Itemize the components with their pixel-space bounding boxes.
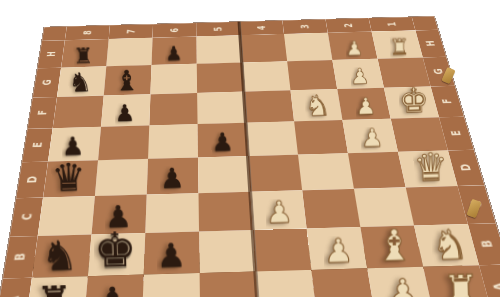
- piece-black-rook-a8[interactable]: ♜: [36, 281, 74, 297]
- square-g6[interactable]: [150, 64, 197, 94]
- square-f1[interactable]: ♚: [384, 86, 439, 118]
- square-e3[interactable]: [294, 120, 348, 155]
- square-e4[interactable]: [246, 121, 298, 156]
- square-c5[interactable]: [199, 192, 253, 232]
- square-h3[interactable]: [284, 33, 332, 61]
- square-d1[interactable]: ♛: [398, 150, 458, 187]
- square-b8[interactable]: ♞: [32, 235, 92, 278]
- square-b7[interactable]: ♚: [88, 233, 145, 276]
- border-label-top-7: 7: [109, 24, 153, 39]
- chess-scene: 87654321H♜♟♟♜HG♞♝♟GF♟♞♟♚FE♟♟♟ED♛♟♛DC♟♟CB…: [16, 0, 480, 297]
- coordinate-label: 3: [299, 24, 312, 29]
- border-label-left-C: C: [10, 197, 43, 236]
- square-f5[interactable]: [197, 92, 246, 124]
- square-g8[interactable]: ♞: [57, 66, 106, 97]
- square-h6[interactable]: ♟: [152, 36, 197, 65]
- piece-white-pawn-f2[interactable]: ♟: [355, 96, 376, 118]
- square-a4[interactable]: [255, 270, 316, 297]
- border-label-top-2: 2: [326, 18, 372, 33]
- border-label-top-8: 8: [65, 25, 110, 40]
- coordinate-label: B: [12, 253, 29, 261]
- square-a7[interactable]: ♟: [84, 275, 144, 297]
- piece-white-rook-h1[interactable]: ♜: [389, 36, 409, 57]
- piece-black-pawn-d6[interactable]: ♟: [160, 166, 185, 193]
- piece-black-pawn-h6[interactable]: ♟: [165, 45, 183, 64]
- coordinate-label: G: [40, 79, 54, 85]
- square-e7[interactable]: [98, 125, 149, 160]
- coordinate-label: 4: [255, 26, 268, 31]
- square-g5[interactable]: [197, 63, 244, 93]
- piece-white-knight-b1[interactable]: ♞: [431, 225, 469, 265]
- piece-white-pawn-c4[interactable]: ♟: [265, 199, 293, 228]
- square-h1[interactable]: ♜: [372, 30, 423, 58]
- piece-white-pawn-a2[interactable]: ♟: [386, 276, 419, 297]
- square-d3[interactable]: [298, 153, 354, 190]
- coordinate-label: B: [479, 240, 496, 248]
- square-h2[interactable]: ♟: [328, 32, 378, 60]
- piece-white-pawn-h2[interactable]: ♟: [346, 40, 364, 59]
- piece-black-bishop-g7[interactable]: ♝: [114, 67, 140, 94]
- square-b1[interactable]: ♞: [414, 224, 479, 267]
- square-g2[interactable]: ♟: [332, 59, 384, 89]
- border-label-top-3: 3: [282, 19, 327, 34]
- coordinate-label: 6: [168, 28, 180, 33]
- square-h8[interactable]: ♜: [61, 39, 109, 68]
- coordinate-label: A: [491, 282, 500, 291]
- square-g3[interactable]: [287, 60, 337, 90]
- square-f6[interactable]: [149, 93, 197, 125]
- piece-black-rook-h8[interactable]: ♜: [73, 45, 93, 66]
- piece-black-king-b7[interactable]: ♚: [93, 228, 137, 275]
- piece-black-pawn-e5[interactable]: ♟: [211, 131, 234, 156]
- square-a6[interactable]: [142, 273, 200, 297]
- square-g7[interactable]: ♝: [104, 65, 152, 95]
- square-b5[interactable]: [199, 230, 255, 273]
- coordinate-label: H: [45, 51, 58, 57]
- border-label-left-D: D: [16, 162, 48, 199]
- square-b6[interactable]: ♟: [144, 232, 200, 275]
- square-c6[interactable]: [145, 193, 199, 233]
- coordinate-label: D: [458, 164, 474, 171]
- piece-black-knight-g8[interactable]: ♞: [68, 70, 92, 96]
- square-c8[interactable]: [38, 196, 95, 236]
- square-f8[interactable]: [53, 96, 104, 129]
- square-a8[interactable]: ♜: [26, 276, 88, 297]
- square-g4[interactable]: [242, 61, 291, 91]
- square-d8[interactable]: ♛: [43, 160, 98, 197]
- border-label-left-A: A: [0, 278, 32, 297]
- coordinate-label: 1: [385, 22, 398, 27]
- square-e5[interactable]: ♟: [198, 123, 248, 158]
- coordinate-label: E: [449, 130, 464, 136]
- square-f3[interactable]: ♞: [291, 89, 343, 121]
- coordinate-label: D: [25, 176, 40, 184]
- square-b3[interactable]: ♟: [307, 227, 368, 270]
- piece-white-queen-d1[interactable]: ♛: [413, 149, 448, 186]
- piece-black-pawn-f7[interactable]: ♟: [114, 103, 135, 125]
- coordinate-label: C: [19, 213, 35, 220]
- square-d5[interactable]: [198, 156, 250, 193]
- square-d2[interactable]: [348, 152, 406, 189]
- square-h5[interactable]: [196, 35, 242, 64]
- square-f7[interactable]: ♟: [101, 94, 150, 127]
- coordinate-label: 7: [125, 29, 137, 34]
- piece-white-pawn-b3[interactable]: ♟: [323, 236, 353, 268]
- coordinate-label: H: [424, 41, 438, 47]
- square-e6[interactable]: [148, 124, 198, 159]
- piece-black-pawn-b6[interactable]: ♟: [156, 240, 186, 272]
- coordinate-label: 5: [212, 27, 224, 32]
- square-c3[interactable]: [302, 189, 360, 229]
- square-d4[interactable]: [248, 155, 302, 192]
- coordinate-label: 8: [81, 30, 94, 35]
- border-label-top-5: 5: [196, 22, 240, 37]
- coordinate-label: F: [36, 110, 50, 115]
- square-f4[interactable]: [244, 90, 294, 122]
- border-label-right-D: D: [448, 150, 485, 186]
- piece-white-knight-f3[interactable]: ♞: [305, 92, 331, 120]
- border-label-top-1: 1: [369, 17, 416, 32]
- square-c4[interactable]: ♟: [250, 190, 306, 230]
- chess-board: 87654321H♜♟♟♜HG♞♝♟GF♟♞♟♚FE♟♟♟ED♛♟♛DC♟♟CB…: [0, 16, 500, 297]
- piece-black-queen-d8[interactable]: ♛: [51, 159, 86, 196]
- piece-black-pawn-a7[interactable]: ♟: [96, 284, 129, 297]
- piece-white-rook-a1[interactable]: ♜: [442, 269, 480, 297]
- square-a2[interactable]: ♟: [367, 267, 433, 297]
- border-corner-top-left: [42, 27, 67, 41]
- square-h4[interactable]: [240, 34, 287, 63]
- border-label-top-6: 6: [153, 23, 197, 38]
- square-a3[interactable]: [311, 268, 374, 297]
- coordinate-label: F: [440, 99, 455, 104]
- square-f2[interactable]: ♟: [337, 88, 390, 120]
- piece-white-pawn-g2[interactable]: ♟: [350, 67, 369, 88]
- coordinate-label: E: [30, 142, 45, 148]
- piece-white-pawn-e2[interactable]: ♟: [361, 127, 384, 152]
- coordinate-label: 2: [342, 23, 355, 28]
- piece-white-bishop-b2[interactable]: ♝: [374, 224, 414, 266]
- square-b4[interactable]: [253, 229, 312, 272]
- square-h7[interactable]: [106, 38, 152, 67]
- square-d6[interactable]: ♟: [147, 157, 199, 194]
- square-d7[interactable]: [95, 159, 148, 196]
- border-label-left-E: E: [22, 128, 53, 162]
- piece-black-knight-b8[interactable]: ♞: [41, 236, 79, 276]
- square-a5[interactable]: [200, 271, 259, 297]
- border-label-top-4: 4: [239, 21, 284, 36]
- square-b2[interactable]: ♝: [360, 226, 423, 269]
- border-corner-top-right: [412, 16, 438, 30]
- square-e2[interactable]: ♟: [342, 119, 398, 154]
- piece-white-king-f1[interactable]: ♚: [399, 85, 430, 117]
